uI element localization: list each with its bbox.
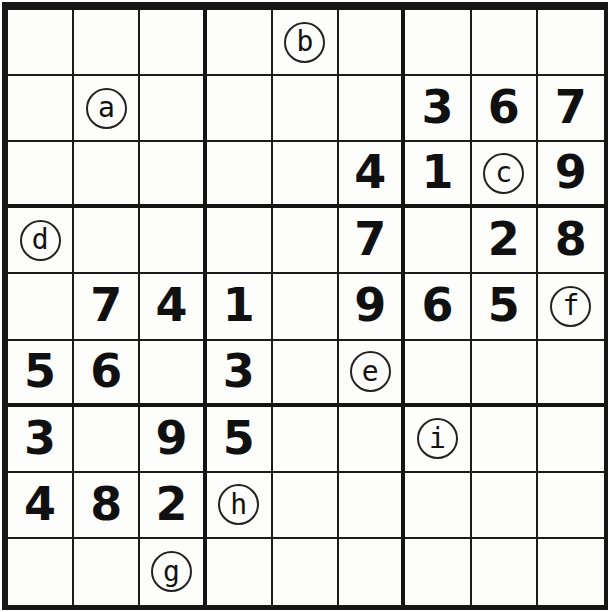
cell-r7c1[interactable]: 3	[8, 407, 74, 473]
cell-r3c8[interactable]: c	[472, 142, 538, 208]
cell-r8c3[interactable]: 2	[140, 473, 206, 539]
cell-r3c6[interactable]: 4	[339, 142, 405, 208]
cell-r1c9[interactable]	[538, 10, 604, 76]
cell-r3c7[interactable]: 1	[405, 142, 471, 208]
circled-letter-a: a	[86, 88, 127, 129]
cell-r7c5[interactable]	[273, 407, 339, 473]
cell-r6c6[interactable]: e	[339, 341, 405, 407]
cell-r2c1[interactable]	[8, 76, 74, 142]
cell-r9c4[interactable]	[207, 539, 273, 605]
cell-r4c2[interactable]	[74, 208, 140, 274]
cell-r6c4[interactable]: 3	[207, 341, 273, 407]
cell-r9c3[interactable]: g	[140, 539, 206, 605]
cell-r1c7[interactable]	[405, 10, 471, 76]
cell-r7c7[interactable]: i	[405, 407, 471, 473]
cell-r1c8[interactable]	[472, 10, 538, 76]
given-digit: 5	[488, 282, 520, 330]
cell-r8c6[interactable]	[339, 473, 405, 539]
cell-r6c3[interactable]	[140, 341, 206, 407]
cell-r8c7[interactable]	[405, 473, 471, 539]
cell-r1c6[interactable]	[339, 10, 405, 76]
given-digit: 8	[90, 481, 122, 529]
cell-r2c7[interactable]: 3	[405, 76, 471, 142]
cell-r9c8[interactable]	[472, 539, 538, 605]
cell-r1c3[interactable]	[140, 10, 206, 76]
cell-r9c6[interactable]	[339, 539, 405, 605]
given-digit: 7	[354, 216, 386, 264]
circled-letter-i: i	[417, 418, 458, 459]
given-digit: 1	[223, 282, 255, 330]
circled-letter-d: d	[20, 220, 61, 261]
cell-r7c9[interactable]	[538, 407, 604, 473]
given-digit: 3	[24, 415, 56, 463]
cell-r6c8[interactable]	[472, 341, 538, 407]
cell-r7c3[interactable]: 9	[140, 407, 206, 473]
cell-r6c1[interactable]: 5	[8, 341, 74, 407]
cell-r2c8[interactable]: 6	[472, 76, 538, 142]
cell-r3c5[interactable]	[273, 142, 339, 208]
given-digit: 5	[24, 348, 56, 396]
given-digit: 9	[555, 149, 587, 197]
cell-r5c2[interactable]: 7	[74, 274, 140, 340]
cell-r1c2[interactable]	[74, 10, 140, 76]
given-digit: 8	[555, 216, 587, 264]
cell-r6c9[interactable]	[538, 341, 604, 407]
cell-r4c9[interactable]: 8	[538, 208, 604, 274]
cell-r5c9[interactable]: f	[538, 274, 604, 340]
cell-r5c6[interactable]: 9	[339, 274, 405, 340]
given-digit: 2	[488, 216, 520, 264]
circled-letter-h: h	[218, 484, 259, 525]
cell-r8c1[interactable]: 4	[8, 473, 74, 539]
cell-r5c5[interactable]	[273, 274, 339, 340]
cell-r4c6[interactable]: 7	[339, 208, 405, 274]
given-digit: 9	[156, 415, 188, 463]
cell-r7c4[interactable]: 5	[207, 407, 273, 473]
cell-r5c7[interactable]: 6	[405, 274, 471, 340]
given-digit: 7	[555, 84, 587, 132]
cell-r3c4[interactable]	[207, 142, 273, 208]
given-digit: 9	[354, 282, 386, 330]
given-digit: 5	[223, 415, 255, 463]
cell-r2c2[interactable]: a	[74, 76, 140, 142]
cell-r6c5[interactable]	[273, 341, 339, 407]
cell-r9c1[interactable]	[8, 539, 74, 605]
cell-r1c1[interactable]	[8, 10, 74, 76]
cell-r9c5[interactable]	[273, 539, 339, 605]
cell-r1c4[interactable]	[207, 10, 273, 76]
cell-r4c5[interactable]	[273, 208, 339, 274]
cell-r6c7[interactable]	[405, 341, 471, 407]
given-digit: 4	[156, 282, 188, 330]
cell-r4c8[interactable]: 2	[472, 208, 538, 274]
cell-r7c8[interactable]	[472, 407, 538, 473]
cell-r5c4[interactable]: 1	[207, 274, 273, 340]
given-digit: 6	[488, 84, 520, 132]
cell-r3c9[interactable]: 9	[538, 142, 604, 208]
circled-letter-f: f	[550, 286, 591, 327]
cell-r9c9[interactable]	[538, 539, 604, 605]
cell-r8c5[interactable]	[273, 473, 339, 539]
cell-r2c5[interactable]	[273, 76, 339, 142]
cell-r2c9[interactable]: 7	[538, 76, 604, 142]
cell-r2c4[interactable]	[207, 76, 273, 142]
sudoku-board: ba36741c9d728741965f563e395i482hg	[2, 2, 608, 610]
cell-r9c7[interactable]	[405, 539, 471, 605]
given-digit: 2	[156, 481, 188, 529]
cell-r5c3[interactable]: 4	[140, 274, 206, 340]
cell-r4c4[interactable]	[207, 208, 273, 274]
cell-r2c3[interactable]	[140, 76, 206, 142]
cell-r3c2[interactable]	[74, 142, 140, 208]
cell-r3c3[interactable]	[140, 142, 206, 208]
cell-r7c2[interactable]	[74, 407, 140, 473]
cell-r3c1[interactable]	[8, 142, 74, 208]
cell-r6c2[interactable]: 6	[74, 341, 140, 407]
given-digit: 6	[421, 282, 453, 330]
cell-r4c7[interactable]	[405, 208, 471, 274]
cell-r4c3[interactable]	[140, 208, 206, 274]
cell-r8c4[interactable]: h	[207, 473, 273, 539]
circled-letter-c: c	[483, 153, 524, 194]
cell-r4c1[interactable]: d	[8, 208, 74, 274]
given-digit: 6	[90, 348, 122, 396]
cell-r5c8[interactable]: 5	[472, 274, 538, 340]
given-digit: 4	[24, 481, 56, 529]
circled-letter-e: e	[350, 351, 391, 392]
cell-r5c1[interactable]	[8, 274, 74, 340]
cell-r9c2[interactable]	[74, 539, 140, 605]
circled-letter-g: g	[151, 551, 192, 592]
cell-r2c6[interactable]	[339, 76, 405, 142]
given-digit: 1	[421, 149, 453, 197]
given-digit: 3	[421, 84, 453, 132]
given-digit: 4	[354, 149, 386, 197]
cell-r7c6[interactable]	[339, 407, 405, 473]
cell-r8c2[interactable]: 8	[74, 473, 140, 539]
given-digit: 3	[223, 348, 255, 396]
cell-r8c9[interactable]	[538, 473, 604, 539]
cell-r1c5[interactable]: b	[273, 10, 339, 76]
given-digit: 7	[90, 282, 122, 330]
cell-r8c8[interactable]	[472, 473, 538, 539]
circled-letter-b: b	[284, 22, 325, 63]
